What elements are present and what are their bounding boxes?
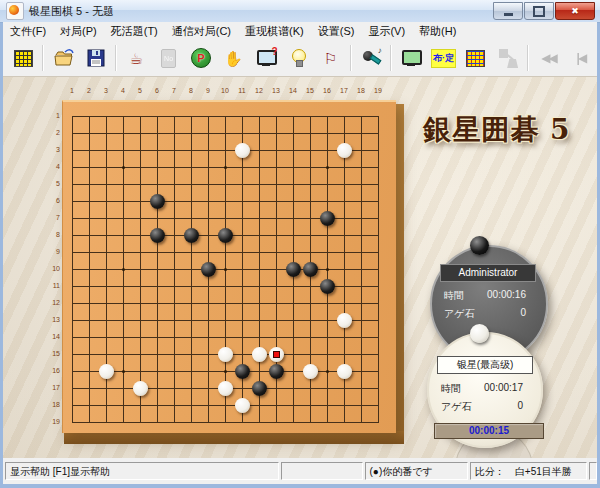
white-time-label: 時間 — [441, 382, 461, 396]
score-value: 白+51目半勝 — [515, 463, 572, 479]
menu-item-5[interactable]: 设置(S) — [311, 23, 362, 40]
column-label-19: 19 — [371, 87, 385, 94]
window-title: 银星围棋 5 - 无题 — [29, 4, 114, 19]
rewind-all-icon[interactable]: ◀◀ — [532, 43, 564, 73]
board-edge — [395, 104, 404, 434]
analysis-monitor-icon[interactable]: ? — [249, 43, 281, 73]
row-label-13: 13 — [47, 316, 60, 323]
column-label-1: 1 — [65, 87, 79, 94]
menu-item-4[interactable]: 重现棋谱(K) — [238, 23, 311, 40]
net-monitor-icon[interactable] — [395, 43, 427, 73]
break-coffee-icon[interactable]: ☕ — [120, 43, 152, 73]
column-label-14: 14 — [286, 87, 300, 94]
toolbar-separator — [527, 45, 529, 71]
setup-position-icon[interactable]: 布·定 — [427, 43, 459, 73]
menu-item-6[interactable]: 显示(V) — [361, 23, 412, 40]
black-time-value: 00:00:16 — [487, 289, 526, 303]
column-label-8: 8 — [184, 87, 198, 94]
new-board-icon[interactable] — [7, 43, 39, 73]
row-label-7: 7 — [47, 214, 60, 221]
status-tail-panel — [589, 462, 597, 480]
step-back-icon[interactable]: |◀ — [565, 43, 597, 73]
row-label-18: 18 — [47, 401, 60, 408]
column-label-5: 5 — [133, 87, 147, 94]
column-label-6: 6 — [150, 87, 164, 94]
toolbar-separator — [390, 45, 392, 71]
white-player-name: 银星(最高级) — [437, 356, 533, 374]
row-label-9: 9 — [47, 248, 60, 255]
row-label-1: 1 — [47, 112, 60, 119]
column-label-16: 16 — [320, 87, 334, 94]
menu-item-2[interactable]: 死活題(T) — [104, 23, 165, 40]
row-label-17: 17 — [47, 384, 60, 391]
column-label-9: 9 — [201, 87, 215, 94]
white-time-value: 00:00:17 — [484, 382, 523, 396]
row-label-4: 4 — [47, 163, 60, 170]
minimize-icon — [504, 13, 513, 16]
white-captures-value: 0 — [517, 400, 523, 414]
resign-flag-icon[interactable]: ⚐ — [314, 43, 346, 73]
column-label-4: 4 — [116, 87, 130, 94]
save-icon[interactable] — [80, 43, 112, 73]
status-empty-panel — [281, 462, 362, 480]
column-label-17: 17 — [337, 87, 351, 94]
open-file-icon[interactable] — [47, 43, 79, 73]
black-captures-label: アゲ石 — [444, 307, 474, 321]
maximize-button[interactable] — [524, 2, 554, 20]
column-label-18: 18 — [354, 87, 368, 94]
row-label-12: 12 — [47, 299, 60, 306]
row-label-19: 19 — [47, 418, 60, 425]
score-label: 比分： — [475, 463, 505, 479]
black-stone-icon — [470, 236, 489, 255]
white-captures-label: アゲ石 — [441, 400, 471, 414]
column-label-15: 15 — [303, 87, 317, 94]
status-score-panel: 比分： 白+51目半勝 — [470, 462, 587, 480]
column-label-13: 13 — [269, 87, 283, 94]
app-logo: 銀星囲碁 5 — [408, 111, 586, 149]
maximize-icon — [533, 6, 545, 17]
menu-bar: 文件(F)对局(P)死活題(T)通信对局(C)重现棋谱(K)设置(S)显示(V)… — [3, 22, 597, 41]
column-label-3: 3 — [99, 87, 113, 94]
column-label-10: 10 — [218, 87, 232, 94]
diagram-icon[interactable] — [492, 43, 524, 73]
row-label-16: 16 — [47, 367, 60, 374]
voice-mic-icon[interactable]: ♪ — [355, 43, 387, 73]
move-numbers-icon[interactable] — [460, 43, 492, 73]
row-label-10: 10 — [47, 265, 60, 272]
minimize-button[interactable] — [493, 2, 523, 20]
toolbar: ☕NoP✋?⚐♪布·定◀◀|◀ — [3, 40, 597, 77]
row-label-6: 6 — [47, 197, 60, 204]
app-window: 银星围棋 5 - 无题 ✖ 文件(F)对局(P)死活題(T)通信对局(C)重现棋… — [0, 0, 600, 488]
row-label-3: 3 — [47, 146, 60, 153]
column-label-12: 12 — [252, 87, 266, 94]
row-label-8: 8 — [47, 231, 60, 238]
status-bar: 显示帮助 [F1]显示帮助 (●)你的番です 比分： 白+51目半勝 — [3, 458, 597, 484]
status-turn-text: (●)你的番です — [365, 462, 468, 480]
white-stone-icon — [470, 324, 489, 343]
board-grid[interactable] — [72, 116, 379, 423]
app-icon — [6, 2, 24, 20]
toolbar-separator — [42, 45, 44, 71]
row-label-2: 2 — [47, 129, 60, 136]
column-label-2: 2 — [82, 87, 96, 94]
row-label-11: 11 — [47, 282, 60, 289]
menu-item-1[interactable]: 对局(P) — [53, 23, 104, 40]
menu-item-7[interactable]: 帮助(H) — [412, 23, 463, 40]
pass-icon[interactable]: P — [185, 43, 217, 73]
column-label-11: 11 — [235, 87, 249, 94]
menu-item-0[interactable]: 文件(F) — [3, 23, 53, 40]
row-label-14: 14 — [47, 333, 60, 340]
toolbar-separator — [115, 45, 117, 71]
main-area: 1234567891011121314151617181912345678910… — [3, 77, 597, 458]
no-count-icon[interactable]: No — [152, 43, 184, 73]
hint-bulb-icon[interactable] — [282, 43, 314, 73]
hand-move-icon[interactable]: ✋ — [217, 43, 249, 73]
row-label-5: 5 — [47, 180, 60, 187]
black-player-name: Administrator — [440, 264, 536, 282]
black-captures-value: 0 — [520, 307, 526, 321]
black-time-label: 時間 — [444, 289, 464, 303]
column-label-7: 7 — [167, 87, 181, 94]
menu-item-3[interactable]: 通信对局(C) — [165, 23, 238, 40]
title-bar: 银星围棋 5 - 无题 ✖ — [0, 0, 600, 23]
countdown-timer: 00:00:15 — [434, 423, 544, 439]
toolbar-separator — [350, 45, 352, 71]
close-button[interactable]: ✖ — [555, 2, 595, 20]
row-label-15: 15 — [47, 350, 60, 357]
close-icon: ✖ — [571, 6, 579, 16]
status-help-text: 显示帮助 [F1]显示帮助 — [5, 462, 279, 480]
